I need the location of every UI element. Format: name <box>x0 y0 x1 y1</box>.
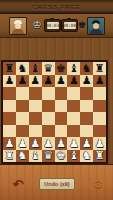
board-frame: ♜♞♝♛♚♝♞♜♟♟♟♟♟♟♟♟♟♟♟♟♟♟♟♟♜♞♝♛♚♝♞♜ <box>1 60 108 164</box>
square-e6[interactable] <box>55 87 68 100</box>
square-b5[interactable] <box>16 100 29 113</box>
black-p-piece: ♟ <box>67 75 80 88</box>
white-king-icon: ♔ <box>31 18 43 32</box>
square-g5[interactable] <box>80 100 93 113</box>
white-n-piece: ♞ <box>80 150 93 163</box>
square-c7[interactable]: ♟ <box>29 75 42 88</box>
square-h7[interactable]: ♟ <box>93 75 106 88</box>
square-c1[interactable]: ♝ <box>29 150 42 163</box>
square-a5[interactable] <box>3 100 16 113</box>
bottom-toolbar: ↶ Undo (x9) ⚙ <box>0 164 113 200</box>
square-b3[interactable] <box>16 125 29 138</box>
square-c2[interactable]: ♟ <box>29 137 42 150</box>
square-e8[interactable]: ♚ <box>55 62 68 75</box>
square-c3[interactable] <box>29 125 42 138</box>
square-f5[interactable] <box>67 100 80 113</box>
player-bar: ♔ 00:03 00:00 ♚ <box>0 14 113 38</box>
app-title: CHESS FREE <box>32 4 80 10</box>
square-a1[interactable]: ♜ <box>3 150 16 163</box>
square-c8[interactable]: ♝ <box>29 62 42 75</box>
black-p-piece: ♟ <box>93 75 106 88</box>
square-h2[interactable]: ♟ <box>93 137 106 150</box>
white-p-piece: ♟ <box>29 137 42 150</box>
square-e7[interactable]: ♟ <box>55 75 68 88</box>
white-r-piece: ♜ <box>93 150 106 163</box>
white-player-avatar <box>9 17 27 35</box>
square-g4[interactable] <box>80 112 93 125</box>
white-r-piece: ♜ <box>3 150 16 163</box>
square-d5[interactable] <box>42 100 55 113</box>
white-clock-knob <box>50 18 54 20</box>
white-p-piece: ♟ <box>42 137 55 150</box>
white-avatar-body <box>12 29 24 35</box>
square-d2[interactable]: ♟ <box>42 137 55 150</box>
black-player-avatar <box>87 17 105 35</box>
black-n-piece: ♞ <box>80 62 93 75</box>
square-h8[interactable]: ♜ <box>93 62 106 75</box>
square-h1[interactable]: ♜ <box>93 150 106 163</box>
white-clock: 00:03 <box>44 19 61 32</box>
square-a4[interactable] <box>3 112 16 125</box>
square-e1[interactable]: ♚ <box>55 150 68 163</box>
square-g3[interactable] <box>80 125 93 138</box>
square-e5[interactable] <box>55 100 68 113</box>
square-b4[interactable] <box>16 112 29 125</box>
square-f3[interactable] <box>67 125 80 138</box>
square-g1[interactable]: ♞ <box>80 150 93 163</box>
square-f7[interactable]: ♟ <box>67 75 80 88</box>
square-a2[interactable]: ♟ <box>3 137 16 150</box>
black-clock-knob <box>67 18 71 20</box>
square-f6[interactable] <box>67 87 80 100</box>
square-d3[interactable] <box>42 125 55 138</box>
square-f2[interactable]: ♟ <box>67 137 80 150</box>
white-p-piece: ♟ <box>93 137 106 150</box>
board: ♜♞♝♛♚♝♞♜♟♟♟♟♟♟♟♟♟♟♟♟♟♟♟♟♜♞♝♛♚♝♞♜ <box>3 62 106 162</box>
white-clock-time: 00:03 <box>47 22 59 29</box>
square-b7[interactable]: ♟ <box>16 75 29 88</box>
square-g7[interactable]: ♟ <box>80 75 93 88</box>
title-bar: CHESS FREE <box>0 0 113 14</box>
black-p-piece: ♟ <box>42 75 55 88</box>
black-b-piece: ♝ <box>67 62 80 75</box>
square-h5[interactable] <box>93 100 106 113</box>
white-p-piece: ♟ <box>67 137 80 150</box>
square-d6[interactable] <box>42 87 55 100</box>
black-r-piece: ♜ <box>93 62 106 75</box>
square-e2[interactable]: ♟ <box>55 137 68 150</box>
black-p-piece: ♟ <box>80 75 93 88</box>
square-d1[interactable]: ♛ <box>42 150 55 163</box>
black-n-piece: ♞ <box>16 62 29 75</box>
square-b6[interactable] <box>16 87 29 100</box>
white-b-piece: ♝ <box>67 150 80 163</box>
black-b-piece: ♝ <box>29 62 42 75</box>
square-f8[interactable]: ♝ <box>67 62 80 75</box>
square-a7[interactable]: ♟ <box>3 75 16 88</box>
settings-gear-icon[interactable]: ⚙ <box>90 176 106 192</box>
square-g8[interactable]: ♞ <box>80 62 93 75</box>
black-clock-time: 00:00 <box>64 22 76 29</box>
square-b1[interactable]: ♞ <box>16 150 29 163</box>
square-d4[interactable] <box>42 112 55 125</box>
square-c5[interactable] <box>29 100 42 113</box>
black-k-piece: ♚ <box>55 62 68 75</box>
black-p-piece: ♟ <box>29 75 42 88</box>
white-p-piece: ♟ <box>80 137 93 150</box>
white-q-piece: ♛ <box>42 150 55 163</box>
square-c4[interactable] <box>29 112 42 125</box>
square-g2[interactable]: ♟ <box>80 137 93 150</box>
square-h4[interactable] <box>93 112 106 125</box>
white-p-piece: ♟ <box>16 137 29 150</box>
black-p-piece: ♟ <box>55 75 68 88</box>
white-k-piece: ♚ <box>55 150 68 163</box>
square-h6[interactable] <box>93 87 106 100</box>
square-a3[interactable] <box>3 125 16 138</box>
black-p-piece: ♟ <box>3 75 16 88</box>
white-b-piece: ♝ <box>29 150 42 163</box>
black-q-piece: ♛ <box>42 62 55 75</box>
square-g6[interactable] <box>80 87 93 100</box>
square-a8[interactable]: ♜ <box>3 62 16 75</box>
black-avatar-body <box>90 29 102 35</box>
white-n-piece: ♞ <box>16 150 29 163</box>
white-p-piece: ♟ <box>55 137 68 150</box>
chess-app-window: CHESS FREE ♔ 00:03 00:00 ♚ ♜♞♝♛♚♝♞♜♟♟♟♟♟… <box>0 0 113 200</box>
square-b2[interactable]: ♟ <box>16 137 29 150</box>
square-d7[interactable]: ♟ <box>42 75 55 88</box>
square-a6[interactable] <box>3 87 16 100</box>
square-h3[interactable] <box>93 125 106 138</box>
black-p-piece: ♟ <box>16 75 29 88</box>
square-d8[interactable]: ♛ <box>42 62 55 75</box>
square-b8[interactable]: ♞ <box>16 62 29 75</box>
square-c6[interactable] <box>29 87 42 100</box>
white-p-piece: ♟ <box>3 137 16 150</box>
square-e3[interactable] <box>55 125 68 138</box>
square-f1[interactable]: ♝ <box>67 150 80 163</box>
undo-button[interactable]: Undo (x9) <box>39 178 75 190</box>
square-f4[interactable] <box>67 112 80 125</box>
back-arrow-icon[interactable]: ↶ <box>10 176 26 192</box>
square-e4[interactable] <box>55 112 68 125</box>
black-r-piece: ♜ <box>3 62 16 75</box>
